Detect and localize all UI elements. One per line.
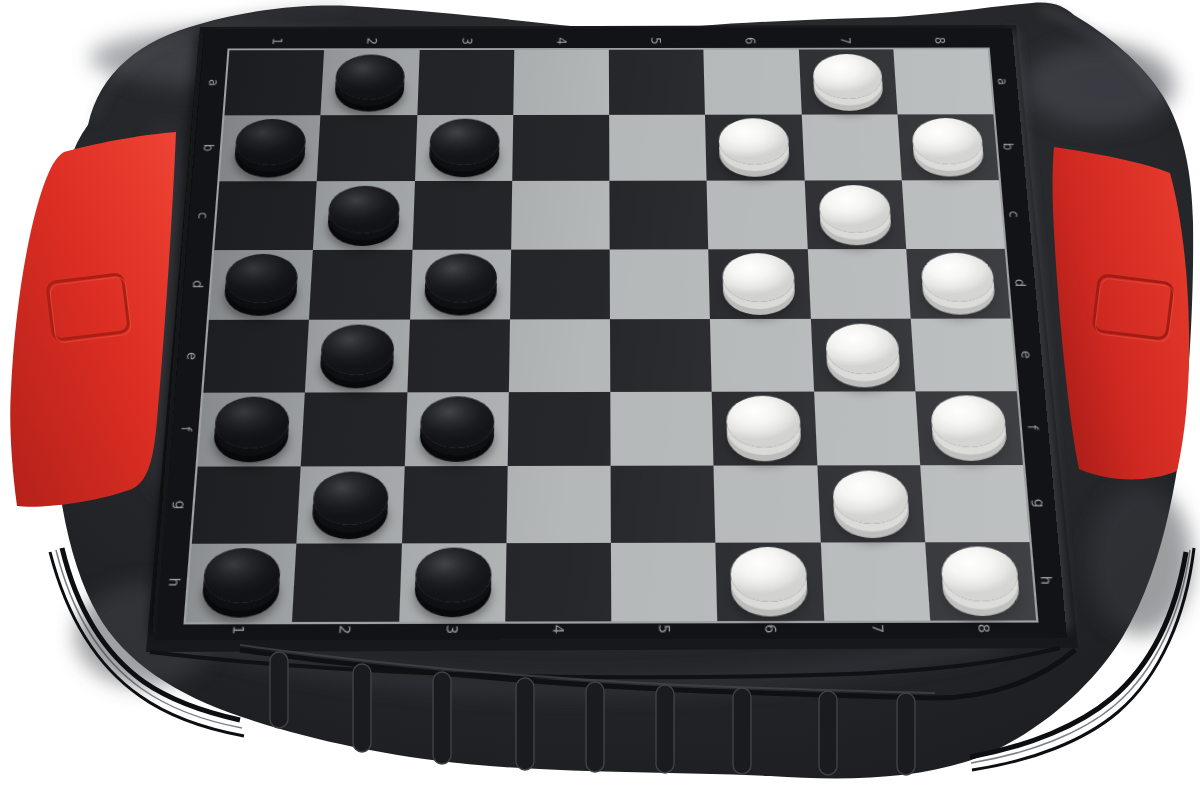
top-label-4: 4 xyxy=(555,37,568,44)
square-g1[interactable] xyxy=(192,466,301,543)
right-label-g: g xyxy=(1032,499,1047,508)
square-d4[interactable] xyxy=(510,249,610,319)
rib-bar xyxy=(733,688,751,774)
square-b5[interactable] xyxy=(609,114,707,181)
board-sheet: 1234567812345678abcdefghabcdefgh xyxy=(155,28,1067,640)
left-label-c: c xyxy=(196,212,210,219)
top-label-7: 7 xyxy=(839,37,852,44)
square-f5[interactable] xyxy=(610,391,713,466)
square-e8[interactable] xyxy=(910,319,1016,391)
square-d5[interactable] xyxy=(610,249,710,319)
square-h7[interactable] xyxy=(820,542,930,621)
square-a4[interactable] xyxy=(513,50,609,115)
top-label-5: 5 xyxy=(650,37,663,44)
bottom-label-2: 2 xyxy=(337,625,352,634)
rib-bar xyxy=(353,664,371,752)
square-e6[interactable] xyxy=(710,319,813,391)
left-label-a: a xyxy=(207,79,221,86)
square-b4[interactable] xyxy=(512,114,609,181)
bottom-label-8: 8 xyxy=(976,624,991,633)
square-e3[interactable] xyxy=(407,319,510,391)
rib-bar xyxy=(656,685,674,773)
left-label-f: f xyxy=(179,427,194,432)
top-label-2: 2 xyxy=(365,38,378,45)
square-a8[interactable] xyxy=(893,49,993,114)
square-f4[interactable] xyxy=(507,391,610,466)
bottom-label-1: 1 xyxy=(231,625,246,634)
checkerboard-grid xyxy=(186,49,1036,622)
left-grip xyxy=(10,132,176,507)
top-label-3: 3 xyxy=(460,37,473,44)
square-h2[interactable] xyxy=(292,543,401,622)
square-d7[interactable] xyxy=(807,249,910,319)
left-label-h: h xyxy=(167,578,182,587)
square-g8[interactable] xyxy=(920,465,1030,542)
rib-bar xyxy=(819,691,837,775)
square-a6[interactable] xyxy=(704,50,802,115)
square-d2[interactable] xyxy=(309,249,412,319)
left-label-e: e xyxy=(185,352,200,360)
square-b7[interactable] xyxy=(801,114,901,180)
square-a5[interactable] xyxy=(609,50,705,115)
coordinate-labels: 1234567812345678abcdefghabcdefgh xyxy=(205,28,1012,29)
square-a3[interactable] xyxy=(417,50,514,115)
rib-bar xyxy=(516,678,534,770)
square-h5[interactable] xyxy=(611,542,718,621)
case-sheen-bottomright xyxy=(1088,485,1192,635)
square-c8[interactable] xyxy=(902,180,1005,248)
square-g3[interactable] xyxy=(401,466,507,543)
square-e4[interactable] xyxy=(509,319,611,391)
square-c1[interactable] xyxy=(214,181,317,249)
bottom-label-6: 6 xyxy=(763,624,778,633)
square-b2[interactable] xyxy=(317,115,417,182)
right-label-f: f xyxy=(1026,425,1041,430)
right-label-e: e xyxy=(1019,350,1034,358)
square-c5[interactable] xyxy=(609,181,708,249)
square-f7[interactable] xyxy=(814,391,920,466)
square-a1[interactable] xyxy=(225,50,325,115)
right-grip xyxy=(1053,147,1190,479)
bottom-label-7: 7 xyxy=(870,624,885,633)
top-label-6: 6 xyxy=(744,37,757,44)
rib-bar xyxy=(586,682,604,772)
bottom-label-3: 3 xyxy=(444,625,459,634)
square-g6[interactable] xyxy=(714,465,821,542)
right-label-h: h xyxy=(1039,576,1054,585)
square-f2[interactable] xyxy=(301,392,407,467)
rib-bar xyxy=(270,652,288,728)
playing-area xyxy=(183,48,1038,625)
rib-bar xyxy=(897,693,915,775)
left-label-g: g xyxy=(173,500,188,509)
bottom-label-5: 5 xyxy=(657,624,672,633)
square-g5[interactable] xyxy=(611,466,716,543)
square-e1[interactable] xyxy=(203,320,309,392)
right-label-c: c xyxy=(1007,211,1021,218)
top-label-1: 1 xyxy=(271,38,285,45)
rib-bar xyxy=(433,672,451,764)
square-c6[interactable] xyxy=(707,180,807,248)
product-photo-stage: 1234567812345678abcdefghabcdefgh xyxy=(0,0,1200,785)
square-h4[interactable] xyxy=(505,542,611,621)
left-label-d: d xyxy=(191,280,205,288)
square-g4[interactable] xyxy=(506,466,611,543)
right-label-d: d xyxy=(1013,279,1027,287)
bottom-label-4: 4 xyxy=(551,625,566,634)
square-e5[interactable] xyxy=(610,319,712,391)
right-label-a: a xyxy=(996,78,1010,85)
square-c3[interactable] xyxy=(412,181,512,249)
top-label-8: 8 xyxy=(933,37,947,44)
left-label-b: b xyxy=(202,144,216,152)
square-c4[interactable] xyxy=(511,181,610,249)
right-label-b: b xyxy=(1001,143,1015,151)
